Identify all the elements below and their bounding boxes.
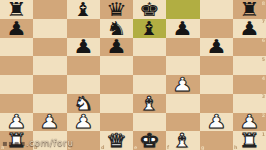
square-e1[interactable]: ♚e [133,131,166,150]
square-e7[interactable]: ♝ [133,19,166,38]
square-f6[interactable] [166,38,199,57]
black-pawn[interactable]: ♟ [106,37,127,56]
black-pawn[interactable]: ♟ [172,18,193,37]
file-label: d [101,145,104,150]
white-rook[interactable]: ♜ [6,131,27,150]
white-pawn[interactable]: ♟ [39,112,60,131]
black-pawn[interactable]: ♟ [239,18,260,37]
square-a7[interactable]: ♟ [0,19,33,38]
white-pawn[interactable]: ♟ [206,112,227,131]
square-e6[interactable] [133,38,166,57]
square-e5[interactable] [133,56,166,75]
square-b7[interactable] [33,19,66,38]
file-label: b [34,145,37,150]
square-b1[interactable]: b [33,131,66,150]
square-a5[interactable] [0,56,33,75]
square-c5[interactable] [67,56,100,75]
square-h7[interactable]: ♟7 [233,19,266,38]
square-e3[interactable]: ♝ [133,94,166,113]
file-label: g [201,145,204,150]
square-g6[interactable]: ♟ [200,38,233,57]
square-a6[interactable] [0,38,33,57]
square-d5[interactable] [100,56,133,75]
square-g4[interactable] [200,75,233,94]
white-bishop[interactable]: ♝ [172,131,193,150]
square-f7[interactable]: ♟ [166,19,199,38]
file-label: f [167,145,169,150]
square-f1[interactable]: ♝f [166,131,199,150]
square-b2[interactable]: ♟ [33,113,66,132]
square-f4[interactable]: ♟ [166,75,199,94]
square-b6[interactable] [33,38,66,57]
square-d3[interactable] [100,94,133,113]
file-label: e [134,145,137,150]
white-queen[interactable]: ♛ [106,131,127,150]
square-c1[interactable]: c [67,131,100,150]
square-d1[interactable]: ♛d [100,131,133,150]
square-g5[interactable] [200,56,233,75]
rank-label: 4 [262,76,265,81]
square-b4[interactable] [33,75,66,94]
file-label: a [1,145,4,150]
square-a4[interactable] [0,75,33,94]
black-bishop[interactable]: ♝ [139,18,160,37]
file-label: c [68,145,71,150]
black-pawn[interactable]: ♟ [6,18,27,37]
rank-label: 6 [262,38,265,43]
square-h1[interactable]: ♜1h [233,131,266,150]
white-pawn[interactable]: ♟ [172,74,193,93]
black-pawn[interactable]: ♟ [206,37,227,56]
rank-label: 7 [262,19,265,24]
square-c6[interactable]: ♟ [67,38,100,57]
rank-label: 1 [262,132,265,137]
white-pawn[interactable]: ♟ [73,112,94,131]
white-bishop[interactable]: ♝ [139,93,160,112]
square-g8[interactable] [200,0,233,19]
black-bishop[interactable]: ♝ [73,0,94,18]
square-d6[interactable]: ♟ [100,38,133,57]
rank-label: 3 [262,94,265,99]
square-g2[interactable]: ♟ [200,113,233,132]
white-king[interactable]: ♚ [139,131,160,150]
square-h5[interactable]: 5 [233,56,266,75]
square-h4[interactable]: 4 [233,75,266,94]
chess-board: ♜♝♛♚♜8♟♞♝♟♟7♟♟♟65♟4♞♝3♟♟♟♟♟2♜abc♛d♚e♝fg♜… [0,0,266,150]
white-rook[interactable]: ♜ [239,131,260,150]
square-b5[interactable] [33,56,66,75]
square-a1[interactable]: ♜a [0,131,33,150]
square-c2[interactable]: ♟ [67,113,100,132]
square-b8[interactable] [33,0,66,19]
square-c8[interactable]: ♝ [67,0,100,19]
square-g1[interactable]: g [200,131,233,150]
rank-label: 2 [262,113,265,118]
black-pawn[interactable]: ♟ [73,37,94,56]
square-h6[interactable]: 6 [233,38,266,57]
video-frame: ♜♝♛♚♜8♟♞♝♟♟7♟♟♟65♟4♞♝3♟♟♟♟♟2♜abc♛d♚e♝fg♜… [0,0,266,150]
rank-label: 5 [262,57,265,62]
square-d4[interactable] [100,75,133,94]
square-f3[interactable] [166,94,199,113]
file-label: h [234,145,237,150]
rank-label: 8 [262,1,265,6]
